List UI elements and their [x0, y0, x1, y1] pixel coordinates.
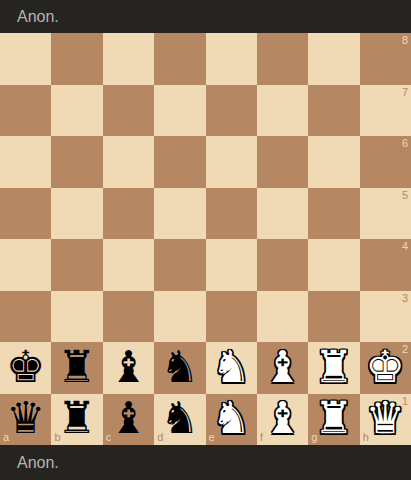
square-f8[interactable]: [257, 33, 308, 85]
square-e7[interactable]: [206, 85, 257, 137]
piece-white-knight[interactable]: ♞: [211, 345, 250, 389]
square-f4[interactable]: [257, 239, 308, 291]
file-label-e: e: [209, 432, 215, 443]
square-h3[interactable]: 3: [360, 291, 411, 343]
piece-white-bishop[interactable]: ♝: [263, 396, 302, 440]
file-label-f: f: [260, 432, 263, 443]
square-g2[interactable]: ♜: [308, 342, 359, 394]
square-b2[interactable]: ♜: [51, 342, 102, 394]
square-c4[interactable]: [103, 239, 154, 291]
square-g3[interactable]: [308, 291, 359, 343]
square-d5[interactable]: [154, 188, 205, 240]
square-c3[interactable]: [103, 291, 154, 343]
square-f5[interactable]: [257, 188, 308, 240]
square-b4[interactable]: [51, 239, 102, 291]
square-f2[interactable]: ♝: [257, 342, 308, 394]
square-h6[interactable]: 6: [360, 136, 411, 188]
square-a7[interactable]: [0, 85, 51, 137]
square-f1[interactable]: ♝f: [257, 394, 308, 446]
square-b8[interactable]: [51, 33, 102, 85]
square-d6[interactable]: [154, 136, 205, 188]
piece-white-queen[interactable]: ♛: [366, 396, 405, 440]
piece-white-rook[interactable]: ♜: [314, 345, 353, 389]
rank-label-1: 1: [402, 396, 408, 407]
square-g8[interactable]: [308, 33, 359, 85]
piece-black-bishop[interactable]: ♝: [109, 345, 148, 389]
square-g6[interactable]: [308, 136, 359, 188]
square-c5[interactable]: [103, 188, 154, 240]
square-c6[interactable]: [103, 136, 154, 188]
square-e2[interactable]: ♞: [206, 342, 257, 394]
square-e1[interactable]: ♞e: [206, 394, 257, 446]
file-label-c: c: [106, 432, 112, 443]
chess-board: 876543♚♜♝♞♞♝♜♚2♛a♜b♝c♞d♞e♝f♜g♛h1: [0, 33, 411, 445]
square-d8[interactable]: [154, 33, 205, 85]
square-h2[interactable]: ♚2: [360, 342, 411, 394]
piece-white-rook[interactable]: ♜: [314, 396, 353, 440]
square-e8[interactable]: [206, 33, 257, 85]
square-h1[interactable]: ♛h1: [360, 394, 411, 446]
square-c2[interactable]: ♝: [103, 342, 154, 394]
square-d2[interactable]: ♞: [154, 342, 205, 394]
piece-black-rook[interactable]: ♜: [57, 396, 96, 440]
square-c8[interactable]: [103, 33, 154, 85]
square-f7[interactable]: [257, 85, 308, 137]
piece-black-bishop[interactable]: ♝: [109, 396, 148, 440]
square-g1[interactable]: ♜g: [308, 394, 359, 446]
piece-white-king[interactable]: ♚: [366, 345, 405, 389]
square-b7[interactable]: [51, 85, 102, 137]
square-h7[interactable]: 7: [360, 85, 411, 137]
file-label-b: b: [54, 432, 60, 443]
square-f6[interactable]: [257, 136, 308, 188]
rank-label-8: 8: [402, 35, 408, 46]
square-d1[interactable]: ♞d: [154, 394, 205, 446]
square-b1[interactable]: ♜b: [51, 394, 102, 446]
square-c7[interactable]: [103, 85, 154, 137]
square-b6[interactable]: [51, 136, 102, 188]
square-b3[interactable]: [51, 291, 102, 343]
piece-black-queen[interactable]: ♛: [6, 396, 45, 440]
square-a1[interactable]: ♛a: [0, 394, 51, 446]
square-g5[interactable]: [308, 188, 359, 240]
chess-app: Anon. 876543♚♜♝♞♞♝♜♚2♛a♜b♝c♞d♞e♝f♜g♛h1 A…: [0, 0, 411, 480]
top-player-bar: Anon.: [0, 0, 411, 33]
square-a8[interactable]: [0, 33, 51, 85]
bottom-player-bar: Anon.: [0, 445, 411, 480]
rank-label-6: 6: [402, 138, 408, 149]
square-a6[interactable]: [0, 136, 51, 188]
square-b5[interactable]: [51, 188, 102, 240]
piece-white-knight[interactable]: ♞: [211, 396, 250, 440]
bottom-player-name: Anon.: [17, 454, 59, 472]
rank-label-2: 2: [402, 344, 408, 355]
square-d7[interactable]: [154, 85, 205, 137]
square-h5[interactable]: 5: [360, 188, 411, 240]
square-h4[interactable]: 4: [360, 239, 411, 291]
piece-black-knight[interactable]: ♞: [160, 345, 199, 389]
square-d4[interactable]: [154, 239, 205, 291]
square-e4[interactable]: [206, 239, 257, 291]
square-c1[interactable]: ♝c: [103, 394, 154, 446]
square-a4[interactable]: [0, 239, 51, 291]
file-label-g: g: [311, 432, 317, 443]
piece-black-king[interactable]: ♚: [6, 345, 45, 389]
rank-label-4: 4: [402, 241, 408, 252]
square-a5[interactable]: [0, 188, 51, 240]
square-a2[interactable]: ♚: [0, 342, 51, 394]
square-e3[interactable]: [206, 291, 257, 343]
file-label-a: a: [3, 432, 9, 443]
square-h8[interactable]: 8: [360, 33, 411, 85]
square-e6[interactable]: [206, 136, 257, 188]
square-d3[interactable]: [154, 291, 205, 343]
square-f3[interactable]: [257, 291, 308, 343]
square-e5[interactable]: [206, 188, 257, 240]
piece-white-bishop[interactable]: ♝: [263, 345, 302, 389]
square-a3[interactable]: [0, 291, 51, 343]
piece-black-rook[interactable]: ♜: [57, 345, 96, 389]
top-player-name: Anon.: [17, 8, 59, 26]
file-label-h: h: [363, 432, 369, 443]
file-label-d: d: [157, 432, 163, 443]
square-g7[interactable]: [308, 85, 359, 137]
piece-black-knight[interactable]: ♞: [160, 396, 199, 440]
square-g4[interactable]: [308, 239, 359, 291]
rank-label-3: 3: [402, 293, 408, 304]
rank-label-7: 7: [402, 87, 408, 98]
rank-label-5: 5: [402, 190, 408, 201]
